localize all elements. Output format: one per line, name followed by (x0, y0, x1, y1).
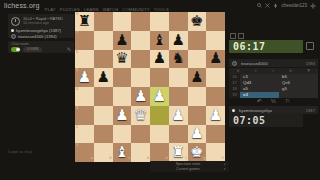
file-label: d (147, 157, 149, 161)
white-queen: ♛ (134, 108, 147, 123)
underboard-panels: Spectator room▲Current games▼ (150, 161, 229, 172)
square-a5[interactable]: ♟5 (75, 68, 94, 87)
square-f5[interactable] (169, 68, 188, 87)
square-g1[interactable]: ♚g (188, 143, 207, 162)
square-e3[interactable] (150, 106, 169, 125)
rank-label: 3 (76, 107, 78, 111)
rank-label: 2 (76, 126, 78, 130)
square-a7[interactable]: 7 (75, 31, 94, 50)
white-pawn: ♟ (115, 108, 128, 123)
black-king: ♚ (190, 14, 203, 29)
black-rook: ♜ (78, 14, 91, 29)
square-d5[interactable] (131, 68, 150, 87)
white-pawn: ♟ (209, 108, 222, 123)
square-h5[interactable] (206, 68, 225, 87)
square-e8[interactable] (150, 12, 169, 31)
panel-tab-icon[interactable] (238, 33, 244, 39)
square-e4[interactable]: ♟ (150, 87, 169, 106)
collapse-icon: ▲ (223, 162, 226, 166)
side-panel-tabs (230, 33, 244, 39)
square-h8[interactable] (206, 12, 225, 31)
square-b8[interactable] (94, 12, 113, 31)
white-pawn: ♟ (134, 89, 147, 104)
username[interactable]: chessfan123 (281, 3, 307, 8)
rank-label: 7 (76, 32, 78, 36)
black-queen: ♛ (115, 51, 128, 66)
white-color-dot (11, 29, 14, 32)
lichess-logo[interactable]: lichess.org (4, 2, 40, 9)
square-d1[interactable]: d (131, 143, 150, 162)
white-king: ♚ (190, 145, 203, 160)
black-player-line[interactable]: tourasse4000 (1394) (11, 34, 71, 40)
square-b5[interactable]: ♟ (94, 68, 113, 87)
square-f1[interactable]: ♜f (169, 143, 188, 162)
rank-label: 4 (76, 88, 78, 92)
square-c3[interactable]: ♟ (113, 106, 132, 125)
square-g7[interactable] (188, 31, 207, 50)
nav-item-tools[interactable]: Tools (154, 7, 169, 12)
top-player-name[interactable]: tourasse4000 (241, 61, 268, 66)
square-e2[interactable] (150, 125, 169, 144)
nav-item-watch[interactable]: Watch (103, 7, 119, 12)
square-g6[interactable] (188, 50, 207, 69)
black-pawn: ♟ (190, 70, 203, 85)
challenge-icon[interactable] (265, 3, 270, 8)
black-pawn: ♟ (115, 33, 128, 48)
black-knight: ♞ (171, 51, 184, 66)
square-f8[interactable] (169, 12, 188, 31)
square-f6[interactable]: ♞ (169, 50, 188, 69)
square-f7[interactable]: ♟ (169, 31, 188, 50)
black-color-dot (11, 34, 16, 39)
game-meta-box: 10+0 • Rapid • RATED 14 minutes ago kyzm… (8, 14, 74, 38)
square-h6[interactable]: ♟ (206, 50, 225, 69)
rank-label: 6 (76, 51, 78, 55)
file-label: c (128, 157, 130, 161)
square-d8[interactable] (131, 12, 150, 31)
black-pawn: ♟ (209, 51, 222, 66)
nav-item-learn[interactable]: Learn (84, 7, 99, 12)
square-a8[interactable]: ♜8 (75, 12, 94, 31)
square-c4[interactable] (113, 87, 132, 106)
nav-item-community[interactable]: Community (122, 7, 149, 12)
black-clock: 06:17 (229, 40, 303, 53)
square-h1[interactable]: h (206, 143, 225, 162)
square-g3[interactable] (188, 106, 207, 125)
square-b1[interactable]: b (94, 143, 113, 162)
square-a3[interactable]: 3 (75, 106, 94, 125)
square-b7[interactable] (94, 31, 113, 50)
square-c5[interactable] (113, 68, 132, 87)
nav-item-puzzles[interactable]: Puzzles (60, 7, 80, 12)
gear-icon[interactable] (310, 3, 316, 9)
nav-item-play[interactable]: Play (45, 7, 56, 12)
rank-label: 1 (76, 144, 78, 148)
white-pawn: ♟ (78, 70, 91, 85)
chess-board: ♜8♚7♟♝♟6♛♟♞♟♟5♟♟4♟♟3♟♛♟♟2♟1ab♝cde♜f♚gh (75, 12, 225, 162)
square-h2[interactable] (206, 125, 225, 144)
square-b2[interactable] (94, 125, 113, 144)
underboard-panel-label: Current games (153, 167, 223, 171)
square-a2[interactable]: 2 (75, 125, 94, 144)
rapid-clock-icon (11, 17, 20, 26)
square-c2[interactable] (113, 125, 132, 144)
pencil-icon[interactable]: ✎ (67, 47, 71, 52)
navbar-right: chessfan123 (257, 3, 316, 9)
black-pawn: ♟ (153, 51, 166, 66)
underboard-panel-spectator-room[interactable]: Spectator room▲ (150, 161, 229, 167)
file-label: a (91, 157, 93, 161)
game-action-buttons: ↶ ½ ⚐ (229, 97, 318, 105)
white-pawn: ♟ (153, 89, 166, 104)
chat-toggle[interactable] (11, 47, 20, 52)
chat-input-hint[interactable]: Login to chat (8, 149, 32, 154)
square-c6[interactable]: ♛ (113, 50, 132, 69)
black-pawn: ♟ (171, 33, 184, 48)
white-color-dot (232, 109, 235, 112)
square-f2[interactable] (169, 125, 188, 144)
panel-tab-icon[interactable] (230, 33, 236, 39)
underboard-panel-label: Spectator room (153, 162, 223, 166)
underboard-panel-current-games[interactable]: Current games▼ (150, 167, 229, 173)
black-bishop: ♝ (153, 33, 166, 48)
square-d4[interactable]: ♟ (131, 87, 150, 106)
square-a1[interactable]: 1a (75, 143, 94, 162)
square-g4[interactable] (188, 87, 207, 106)
square-d3[interactable]: ♛ (131, 106, 150, 125)
resign-flag-icon[interactable]: ⚐ (285, 97, 290, 105)
search-icon[interactable] (257, 3, 262, 8)
square-h4[interactable] (206, 87, 225, 106)
square-e5[interactable] (150, 68, 169, 87)
square-e6[interactable]: ♟ (150, 50, 169, 69)
square-g5[interactable]: ♟ (188, 68, 207, 87)
square-c1[interactable]: ♝c (113, 143, 132, 162)
chat-room-title: Chat room (11, 42, 71, 46)
square-f3[interactable]: ♟ (169, 106, 188, 125)
white-rook: ♜ (171, 145, 184, 160)
chat-login-button[interactable]: LOGIN (23, 47, 42, 52)
white-clock: 07:05 (229, 114, 303, 127)
square-b6[interactable] (94, 50, 113, 69)
square-g2[interactable]: ♟ (188, 125, 207, 144)
expand-icon[interactable] (306, 42, 314, 50)
square-b3[interactable] (94, 106, 113, 125)
white-pawn: ♟ (171, 108, 184, 123)
square-d7[interactable] (131, 31, 150, 50)
white-bishop: ♝ (115, 145, 128, 160)
square-c8[interactable] (113, 12, 132, 31)
square-b4[interactable] (94, 87, 113, 106)
square-h3[interactable]: ♟ (206, 106, 225, 125)
square-g8[interactable]: ♚ (188, 12, 207, 31)
takeback-icon[interactable]: ↶ (257, 97, 262, 105)
square-a6[interactable]: 6 (75, 50, 94, 69)
file-label: b (109, 157, 111, 161)
square-d2[interactable] (131, 125, 150, 144)
black-color-dot (232, 61, 237, 66)
chat-box: Chat room LOGIN ✎ (8, 41, 74, 53)
move-list: 16c3b517Qd3Qc618a5g519e4 (229, 74, 318, 98)
square-c7[interactable]: ♟ (113, 31, 132, 50)
rank-label: 8 (76, 13, 78, 17)
square-a4[interactable]: 4 (75, 87, 94, 106)
square-h7[interactable] (206, 31, 225, 50)
square-e1[interactable]: e (150, 143, 169, 162)
bottom-player-rating: 1387 (306, 108, 315, 113)
game-started-ago: 14 minutes ago (23, 21, 63, 26)
rank-label: 5 (76, 69, 78, 73)
expand-icon: ▼ (223, 167, 226, 171)
square-f4[interactable] (169, 87, 188, 106)
draw-offer-icon[interactable]: ½ (271, 97, 276, 105)
top-player-rating: 1394 (306, 61, 315, 66)
white-pawn: ♟ (190, 126, 203, 141)
square-d6[interactable] (131, 50, 150, 69)
black-pawn: ♟ (96, 70, 109, 85)
top-player-row[interactable]: tourasse4000 1394 (229, 59, 318, 67)
bottom-player-name[interactable]: kyzmitevangeliya (239, 108, 272, 113)
square-e7[interactable]: ♝ (150, 31, 169, 50)
bottom-player-row[interactable]: kyzmitevangeliya 1387 (229, 106, 318, 114)
top-navbar: lichess.org PlayPuzzlesLearnWatchCommuni… (0, 0, 320, 11)
notifications-icon[interactable] (273, 3, 278, 8)
